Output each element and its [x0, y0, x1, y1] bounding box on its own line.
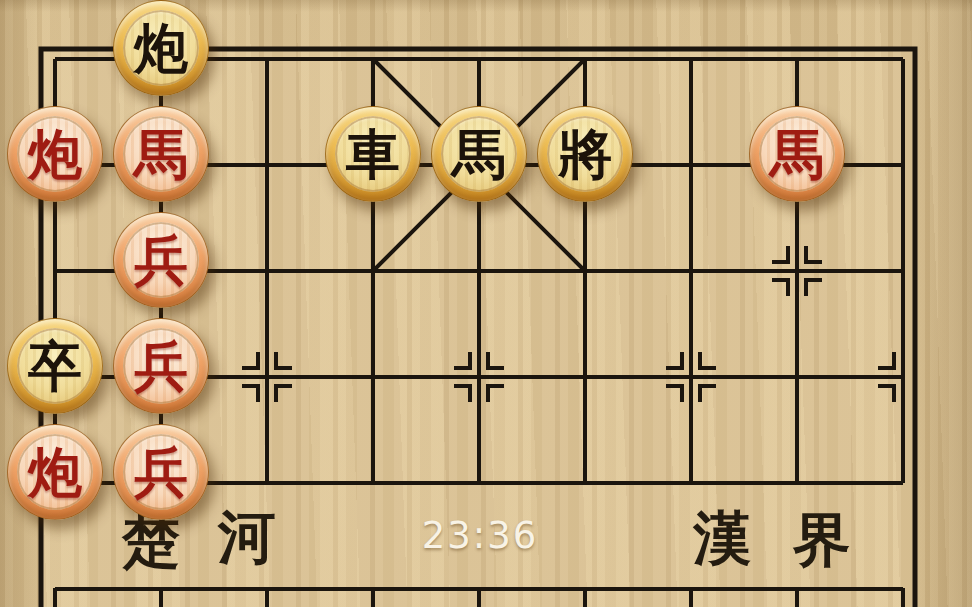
- river-label-han: 漢: [693, 509, 751, 567]
- xiangqi-app-screen: 楚 河 漢 界 23:36 炮炮馬車馬將馬兵卒兵炮兵: [0, 0, 972, 607]
- piece-red-soldier[interactable]: 兵: [113, 212, 209, 308]
- piece-red-cannon[interactable]: 炮: [7, 106, 103, 202]
- piece-glyph: 兵: [114, 213, 208, 307]
- river-label-he: 河: [218, 508, 276, 566]
- piece-glyph: 馬: [114, 107, 208, 201]
- piece-glyph: 炮: [8, 425, 102, 519]
- piece-red-horse[interactable]: 馬: [749, 106, 845, 202]
- piece-black-general[interactable]: 將: [537, 106, 633, 202]
- piece-black-cannon[interactable]: 炮: [113, 0, 209, 96]
- piece-glyph: 兵: [114, 319, 208, 413]
- piece-glyph: 將: [538, 107, 632, 201]
- piece-glyph: 炮: [8, 107, 102, 201]
- piece-glyph: 車: [326, 107, 420, 201]
- piece-glyph: 炮: [114, 1, 208, 95]
- piece-red-soldier[interactable]: 兵: [113, 318, 209, 414]
- river-label-jie: 界: [793, 511, 851, 569]
- piece-black-chariot[interactable]: 車: [325, 106, 421, 202]
- piece-glyph: 馬: [432, 107, 526, 201]
- piece-black-horse[interactable]: 馬: [431, 106, 527, 202]
- piece-red-horse[interactable]: 馬: [113, 106, 209, 202]
- game-timer: 23:36: [422, 514, 539, 557]
- piece-glyph: 兵: [114, 425, 208, 519]
- piece-black-soldier[interactable]: 卒: [7, 318, 103, 414]
- piece-glyph: 卒: [8, 319, 102, 413]
- piece-red-soldier[interactable]: 兵: [113, 424, 209, 520]
- piece-red-cannon[interactable]: 炮: [7, 424, 103, 520]
- piece-glyph: 馬: [750, 107, 844, 201]
- river-label-chu: 楚: [122, 512, 180, 570]
